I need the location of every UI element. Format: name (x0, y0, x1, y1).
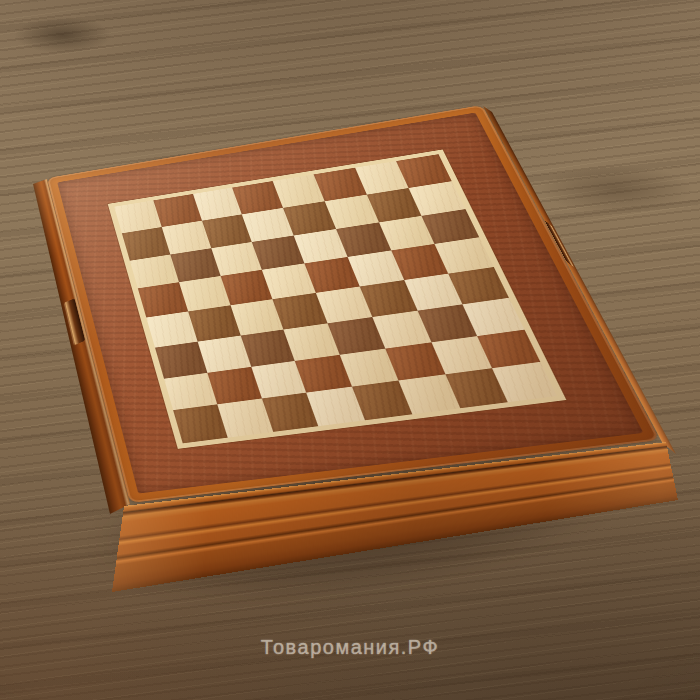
watermark: Товаромания.РФ (0, 636, 700, 659)
product-photo: Товаромания.РФ (0, 0, 700, 700)
